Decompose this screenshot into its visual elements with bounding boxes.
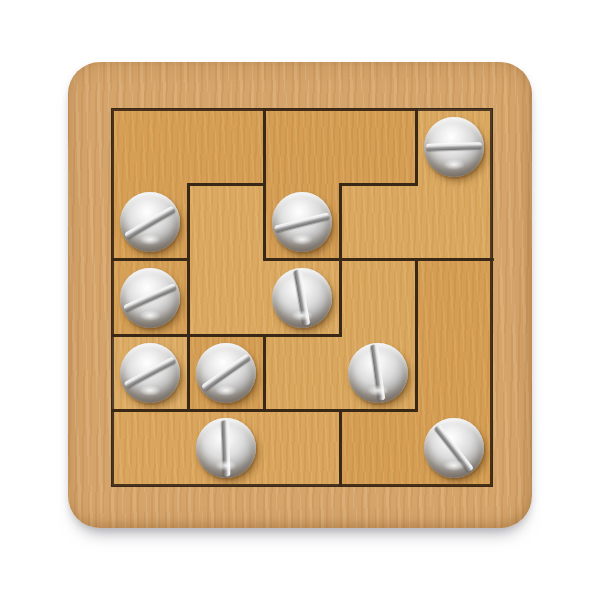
cell-r3c2 (264, 335, 340, 410)
piece-boundary-line (339, 183, 418, 186)
piece-boundary-line (187, 409, 266, 412)
piece-boundary-line (263, 334, 342, 337)
screw-slot (222, 420, 231, 476)
cell-r0c3 (340, 109, 416, 184)
cell-r2c4 (416, 260, 492, 335)
puzzle-board (68, 62, 532, 528)
screw-slot (201, 354, 251, 392)
piece-boundary-line (263, 183, 266, 261)
screw-handle-piece-A[interactable] (120, 192, 180, 252)
screw-handle-piece-H[interactable] (120, 343, 180, 403)
piece-boundary-line (415, 258, 418, 336)
piece-boundary-line (263, 334, 266, 412)
screw-handle-piece-G[interactable] (120, 268, 180, 328)
screw-slot (124, 357, 177, 389)
photo-background (0, 0, 600, 600)
screw-handle-piece-E[interactable] (424, 418, 484, 478)
cell-r2c3 (340, 260, 416, 335)
screw-slot (124, 205, 176, 239)
cell-r4c2 (264, 411, 340, 486)
screw-slot (426, 142, 482, 151)
piece-boundary-line (339, 409, 342, 487)
screw-slot (294, 269, 311, 325)
cell-r0c1 (188, 109, 264, 184)
piece-boundary-line (263, 258, 342, 261)
screw-handle-piece-B[interactable] (272, 268, 332, 328)
piece-boundary-line (187, 183, 190, 261)
piece-boundary-line (339, 183, 342, 261)
cell-r0c0 (112, 109, 188, 184)
screw-slot (274, 212, 330, 232)
piece-boundary-line (187, 334, 266, 337)
piece-boundary-line (415, 258, 494, 261)
piece-boundary-line (339, 258, 342, 336)
screw-slot (123, 283, 177, 312)
cell-r0c2 (264, 109, 340, 184)
piece-boundary-line (187, 334, 190, 412)
piece-boundary-line (415, 334, 418, 412)
piece-boundary-line (187, 258, 190, 336)
cell-r4c3 (340, 411, 416, 486)
piece-boundary-line (187, 183, 266, 186)
puzzle-field (112, 109, 492, 486)
piece-boundary-line (263, 108, 266, 186)
cell-r4c0 (112, 411, 188, 486)
screw-slot (434, 424, 474, 472)
piece-boundary-line (415, 108, 418, 186)
piece-boundary-line (111, 334, 190, 337)
piece-boundary-line (111, 409, 190, 412)
cell-r1c4 (416, 184, 492, 259)
cell-r3c4 (416, 335, 492, 410)
cell-r1c3 (340, 184, 416, 259)
screw-handle-piece-C[interactable] (272, 192, 332, 252)
cell-r2c1 (188, 260, 264, 335)
screw-slot (371, 345, 386, 401)
piece-boundary-line (111, 258, 190, 261)
screw-handle-piece-J[interactable] (348, 343, 408, 403)
piece-boundary-line (263, 409, 342, 412)
screw-handle-piece-D[interactable] (424, 117, 484, 177)
cell-r1c1 (188, 184, 264, 259)
piece-boundary-line (339, 409, 418, 412)
screw-handle-piece-F[interactable] (196, 418, 256, 478)
screw-handle-piece-I[interactable] (196, 343, 256, 403)
piece-boundary-line (339, 258, 418, 261)
